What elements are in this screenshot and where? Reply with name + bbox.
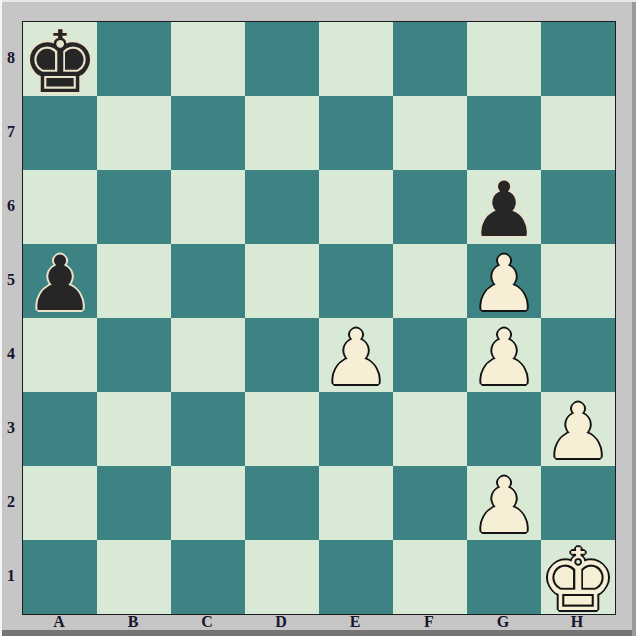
file-labels: ABCDEFGH <box>22 613 614 631</box>
white-pawn[interactable]: ♟ <box>544 394 612 470</box>
square-a1[interactable] <box>23 540 97 614</box>
square-c2[interactable] <box>171 466 245 540</box>
square-e6[interactable] <box>319 170 393 244</box>
square-d7[interactable] <box>245 96 319 170</box>
rank-label-8: 8 <box>0 21 22 95</box>
square-f6[interactable] <box>393 170 467 244</box>
black-pawn[interactable]: ♟ <box>26 246 94 322</box>
square-g8[interactable] <box>467 22 541 96</box>
square-f1[interactable] <box>393 540 467 614</box>
square-h4[interactable] <box>541 318 615 392</box>
black-pawn[interactable]: ♟ <box>470 172 538 248</box>
square-e7[interactable] <box>319 96 393 170</box>
square-b6[interactable] <box>97 170 171 244</box>
file-label-c: C <box>170 613 244 631</box>
white-pawn[interactable]: ♟ <box>470 246 538 322</box>
file-label-d: D <box>244 613 318 631</box>
square-b2[interactable] <box>97 466 171 540</box>
square-a5[interactable]: ♟ <box>23 244 97 318</box>
square-d2[interactable] <box>245 466 319 540</box>
square-c5[interactable] <box>171 244 245 318</box>
file-label-b: B <box>96 613 170 631</box>
square-f5[interactable] <box>393 244 467 318</box>
rank-label-3: 3 <box>0 391 22 465</box>
square-g1[interactable] <box>467 540 541 614</box>
rank-labels: 87654321 <box>0 21 22 613</box>
square-h7[interactable] <box>541 96 615 170</box>
square-h3[interactable]: ♟ <box>541 392 615 466</box>
square-g4[interactable]: ♟ <box>467 318 541 392</box>
square-g3[interactable] <box>467 392 541 466</box>
square-c7[interactable] <box>171 96 245 170</box>
square-d1[interactable] <box>245 540 319 614</box>
square-h6[interactable] <box>541 170 615 244</box>
white-pawn[interactable]: ♟ <box>322 320 390 396</box>
file-label-f: F <box>392 613 466 631</box>
square-g7[interactable] <box>467 96 541 170</box>
square-f2[interactable] <box>393 466 467 540</box>
square-c3[interactable] <box>171 392 245 466</box>
board-frame: 87654321 ♚♟♟♟♟♟♟♟♚ ABCDEFGH <box>0 0 636 636</box>
square-d6[interactable] <box>245 170 319 244</box>
square-b4[interactable] <box>97 318 171 392</box>
rank-label-4: 4 <box>0 317 22 391</box>
square-c8[interactable] <box>171 22 245 96</box>
square-h8[interactable] <box>541 22 615 96</box>
square-e1[interactable] <box>319 540 393 614</box>
square-d4[interactable] <box>245 318 319 392</box>
white-pawn[interactable]: ♟ <box>470 320 538 396</box>
white-pawn[interactable]: ♟ <box>470 468 538 544</box>
square-f7[interactable] <box>393 96 467 170</box>
rank-label-1: 1 <box>0 539 22 613</box>
square-b3[interactable] <box>97 392 171 466</box>
square-a8[interactable]: ♚ <box>23 22 97 96</box>
square-b8[interactable] <box>97 22 171 96</box>
square-h1[interactable]: ♚ <box>541 540 615 614</box>
square-g5[interactable]: ♟ <box>467 244 541 318</box>
square-c4[interactable] <box>171 318 245 392</box>
file-label-a: A <box>22 613 96 631</box>
square-c6[interactable] <box>171 170 245 244</box>
file-label-g: G <box>466 613 540 631</box>
square-g2[interactable]: ♟ <box>467 466 541 540</box>
square-a6[interactable] <box>23 170 97 244</box>
rank-label-2: 2 <box>0 465 22 539</box>
square-d3[interactable] <box>245 392 319 466</box>
square-c1[interactable] <box>171 540 245 614</box>
square-d5[interactable] <box>245 244 319 318</box>
square-f3[interactable] <box>393 392 467 466</box>
square-f4[interactable] <box>393 318 467 392</box>
square-h2[interactable] <box>541 466 615 540</box>
square-e8[interactable] <box>319 22 393 96</box>
square-e3[interactable] <box>319 392 393 466</box>
rank-label-5: 5 <box>0 243 22 317</box>
rank-label-7: 7 <box>0 95 22 169</box>
square-e2[interactable] <box>319 466 393 540</box>
square-a4[interactable] <box>23 318 97 392</box>
file-label-h: H <box>540 613 614 631</box>
square-b5[interactable] <box>97 244 171 318</box>
rank-label-6: 6 <box>0 169 22 243</box>
black-king[interactable]: ♚ <box>21 19 98 105</box>
square-b7[interactable] <box>97 96 171 170</box>
square-d8[interactable] <box>245 22 319 96</box>
square-g6[interactable]: ♟ <box>467 170 541 244</box>
square-f8[interactable] <box>393 22 467 96</box>
square-e5[interactable] <box>319 244 393 318</box>
white-king[interactable]: ♚ <box>539 537 616 623</box>
board[interactable]: ♚♟♟♟♟♟♟♟♚ <box>22 21 616 615</box>
square-a3[interactable] <box>23 392 97 466</box>
square-e4[interactable]: ♟ <box>319 318 393 392</box>
file-label-e: E <box>318 613 392 631</box>
square-a2[interactable] <box>23 466 97 540</box>
square-b1[interactable] <box>97 540 171 614</box>
square-h5[interactable] <box>541 244 615 318</box>
